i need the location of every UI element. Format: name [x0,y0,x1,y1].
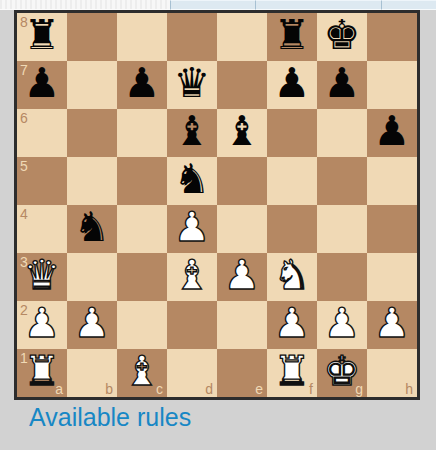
square-f3[interactable]: ♞ [267,253,317,301]
strip-cell [381,0,436,10]
square-f5[interactable] [267,157,317,205]
black-rook-piece: ♜ [24,11,61,59]
black-pawn-piece: ♟ [374,107,411,155]
square-e5[interactable] [217,157,267,205]
square-h2[interactable]: ♟ [367,301,417,349]
black-knight-piece: ♞ [174,155,211,203]
white-knight-piece: ♞ [274,251,311,299]
square-b4[interactable]: ♞ [67,205,117,253]
black-knight-piece: ♞ [74,203,111,251]
available-rules-link[interactable]: Available rules [29,402,191,432]
square-c6[interactable] [117,109,167,157]
square-f4[interactable] [267,205,317,253]
square-d3[interactable]: ♝ [167,253,217,301]
square-b8[interactable] [67,13,117,61]
square-f1[interactable]: f♜ [267,349,317,397]
square-g1[interactable]: g♚ [317,349,367,397]
rank-label: 6 [20,111,28,125]
square-a3[interactable]: 3♛ [17,253,67,301]
rank-label: 3 [20,255,28,269]
file-label: a [55,382,63,396]
square-f6[interactable] [267,109,317,157]
square-h8[interactable] [367,13,417,61]
rank-label: 5 [20,159,28,173]
square-f2[interactable]: ♟ [267,301,317,349]
square-c4[interactable] [117,205,167,253]
rank-label: 2 [20,303,28,317]
white-pawn-piece: ♟ [224,251,261,299]
square-c3[interactable] [117,253,167,301]
square-g7[interactable]: ♟ [317,61,367,109]
file-label: b [105,382,113,396]
square-a4[interactable]: 4 [17,205,67,253]
white-pawn-piece: ♟ [324,299,361,347]
square-h6[interactable]: ♟ [367,109,417,157]
square-g2[interactable]: ♟ [317,301,367,349]
square-g6[interactable] [317,109,367,157]
white-pawn-piece: ♟ [274,299,311,347]
white-bishop-piece: ♝ [174,251,211,299]
file-label: g [355,382,363,396]
square-h4[interactable] [367,205,417,253]
black-pawn-piece: ♟ [124,59,161,107]
black-bishop-piece: ♝ [224,107,261,155]
square-c7[interactable]: ♟ [117,61,167,109]
square-d1[interactable]: d [167,349,217,397]
black-pawn-piece: ♟ [24,59,61,107]
square-g5[interactable] [317,157,367,205]
square-d7[interactable]: ♛ [167,61,217,109]
square-f8[interactable]: ♜ [267,13,317,61]
square-a6[interactable]: 6 [17,109,67,157]
black-king-piece: ♚ [324,11,361,59]
square-a1[interactable]: 1a♜ [17,349,67,397]
square-c8[interactable] [117,13,167,61]
rank-label: 4 [20,207,28,221]
black-pawn-piece: ♟ [274,59,311,107]
square-a7[interactable]: 7♟ [17,61,67,109]
file-label: f [309,382,313,396]
square-d2[interactable] [167,301,217,349]
black-pawn-piece: ♟ [324,59,361,107]
white-pawn-piece: ♟ [24,299,61,347]
black-rook-piece: ♜ [274,11,311,59]
rank-label: 1 [20,351,28,365]
file-label: h [405,382,413,396]
square-e4[interactable] [217,205,267,253]
square-g4[interactable] [317,205,367,253]
square-h1[interactable]: h [367,349,417,397]
cropped-ui-strip [0,0,436,10]
square-e6[interactable]: ♝ [217,109,267,157]
square-e2[interactable] [217,301,267,349]
square-d4[interactable]: ♟ [167,205,217,253]
black-queen-piece: ♛ [174,59,211,107]
white-pawn-piece: ♟ [374,299,411,347]
chess-board: 8♜♜♚7♟♟♛♟♟6♝♝♟5♞4♞♟3♛♝♟♞2♟♟♟♟♟1a♜bc♝def♜… [14,10,420,400]
square-c2[interactable] [117,301,167,349]
white-bishop-piece: ♝ [124,347,161,395]
square-h7[interactable] [367,61,417,109]
black-bishop-piece: ♝ [174,107,211,155]
square-e1[interactable]: e [217,349,267,397]
white-pawn-piece: ♟ [174,203,211,251]
square-a5[interactable]: 5 [17,157,67,205]
rank-label: 8 [20,15,28,29]
square-b2[interactable]: ♟ [67,301,117,349]
square-b6[interactable] [67,109,117,157]
square-f7[interactable]: ♟ [267,61,317,109]
square-g3[interactable] [317,253,367,301]
white-queen-piece: ♛ [24,251,61,299]
square-g8[interactable]: ♚ [317,13,367,61]
square-a2[interactable]: 2♟ [17,301,67,349]
white-pawn-piece: ♟ [74,299,111,347]
square-d6[interactable]: ♝ [167,109,217,157]
square-e3[interactable]: ♟ [217,253,267,301]
strip-cell [170,0,255,10]
square-h3[interactable] [367,253,417,301]
rank-label: 7 [20,63,28,77]
square-d5[interactable]: ♞ [167,157,217,205]
square-b5[interactable] [67,157,117,205]
square-b7[interactable] [67,61,117,109]
square-e8[interactable] [217,13,267,61]
square-d8[interactable] [167,13,217,61]
file-label: e [255,382,263,396]
file-label: c [156,382,163,396]
square-a8[interactable]: 8♜ [17,13,67,61]
square-b1[interactable]: b [67,349,117,397]
strip-cell [255,0,381,10]
square-b3[interactable] [67,253,117,301]
square-e7[interactable] [217,61,267,109]
file-label: d [205,382,213,396]
strip-left-segment [0,0,170,10]
white-rook-piece: ♜ [274,347,311,395]
square-h5[interactable] [367,157,417,205]
square-c5[interactable] [117,157,167,205]
square-c1[interactable]: c♝ [117,349,167,397]
